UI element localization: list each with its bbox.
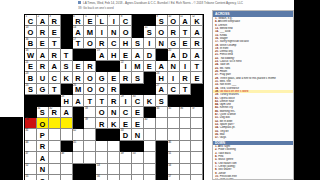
- grid-cell[interactable]: [191, 152, 203, 163]
- grid-cell[interactable]: N: [168, 61, 180, 72]
- cell-letter: M: [84, 29, 95, 37]
- cell-letter: T: [84, 98, 95, 106]
- black-cell: [108, 61, 120, 72]
- black-cell: [37, 95, 49, 106]
- grid-cell[interactable]: A: [37, 152, 49, 163]
- grid-cell[interactable]: 27A: [156, 84, 168, 95]
- grid-cell[interactable]: 55: [25, 175, 37, 180]
- print-icon: [78, 1, 81, 4]
- grid-cell[interactable]: [84, 129, 96, 140]
- cell-letter: I: [108, 18, 119, 26]
- cell-letter: I: [120, 63, 131, 71]
- cell-letter: A: [73, 29, 84, 37]
- letterbox-bottom-left: [0, 117, 23, 180]
- grid-cell[interactable]: [144, 175, 156, 180]
- grid-cell[interactable]: 31S: [37, 107, 49, 118]
- grid-cell[interactable]: O: [84, 38, 96, 49]
- cell-letter: A: [49, 63, 60, 71]
- page-title: LA Times, Wed, Feb 14, 2018 - Agnes Davi…: [83, 1, 243, 5]
- grid-cell[interactable]: O: [96, 84, 108, 95]
- grid-cell[interactable]: [180, 164, 192, 175]
- grid-cell[interactable]: A: [132, 49, 144, 60]
- grid-cell[interactable]: H: [120, 38, 132, 49]
- cell-letter: A: [180, 18, 191, 26]
- grid-cell[interactable]: 36: [180, 107, 192, 118]
- cell-letter: R: [191, 40, 202, 48]
- cell-letter: S: [144, 29, 155, 37]
- grid-cell[interactable]: P: [37, 129, 49, 140]
- grid-cell[interactable]: 49: [120, 152, 132, 163]
- cell-letter: T: [73, 40, 84, 48]
- grid-cell[interactable]: R: [180, 72, 192, 83]
- cell-letter: S: [156, 18, 167, 26]
- clue-number: 50: [133, 152, 136, 155]
- grid-cell[interactable]: [191, 164, 203, 175]
- grid-cell[interactable]: 51: [168, 152, 180, 163]
- clue-number: 51: [168, 152, 171, 155]
- black-cell: [156, 141, 168, 152]
- grid-cell[interactable]: 24H: [156, 72, 168, 83]
- grid-cell[interactable]: 10O: [168, 15, 180, 26]
- grid-cell[interactable]: [191, 175, 203, 180]
- black-cell: [108, 129, 120, 140]
- cell-letter: D: [144, 52, 155, 60]
- grid-cell[interactable]: M: [132, 61, 144, 72]
- cell-letter: C: [120, 18, 131, 26]
- grid-cell[interactable]: O: [96, 107, 108, 118]
- grid-cell[interactable]: [84, 141, 96, 152]
- cell-letter: I: [144, 40, 155, 48]
- grid-cell[interactable]: [49, 129, 61, 140]
- black-cell: [132, 26, 144, 37]
- black-cell: [25, 95, 37, 106]
- black-cell: [73, 175, 85, 180]
- grid-cell[interactable]: [180, 141, 192, 152]
- grid-cell[interactable]: S: [132, 72, 144, 83]
- grid-cell[interactable]: 26M: [73, 84, 85, 95]
- cell-letter: T: [180, 86, 191, 94]
- grid-cell[interactable]: C: [120, 107, 132, 118]
- black-cell: [61, 38, 73, 49]
- cell-letter: C: [25, 18, 36, 26]
- grid-cell[interactable]: T: [180, 26, 192, 37]
- grid-cell[interactable]: O: [84, 72, 96, 83]
- grid-cell[interactable]: 34: [156, 107, 168, 118]
- grid-cell[interactable]: [144, 129, 156, 140]
- down-clue[interactable]: 11. Took a spill: [213, 178, 293, 180]
- grid-cell[interactable]: R: [108, 84, 120, 95]
- cell-letter: T: [49, 40, 60, 48]
- clue-number: 33: [85, 107, 88, 110]
- cell-letter: O: [37, 178, 48, 180]
- cell-letter: E: [120, 52, 131, 60]
- grid-cell[interactable]: A: [37, 49, 49, 60]
- clue-panel[interactable]: ACROSS 1. Sedan, e.g.4. Ancient keepsake…: [212, 10, 294, 180]
- cell-letter: O: [168, 18, 179, 26]
- grid-cell[interactable]: O: [37, 175, 49, 180]
- grid-cell[interactable]: [61, 175, 73, 180]
- cell-letter: R: [37, 143, 48, 151]
- grid-cell[interactable]: S: [132, 38, 144, 49]
- grid-cell[interactable]: 7I: [108, 15, 120, 26]
- cell-letter: S: [132, 75, 143, 83]
- grid-cell[interactable]: O: [37, 118, 49, 129]
- grid-cell[interactable]: [191, 118, 203, 129]
- cell-letter: R: [108, 98, 119, 106]
- cell-letter: S: [132, 40, 143, 48]
- grid-cell[interactable]: 20A: [168, 49, 180, 60]
- cell-letter: U: [37, 75, 48, 83]
- cell-letter: B: [25, 75, 36, 83]
- grid-cell[interactable]: [180, 152, 192, 163]
- black-cell: [168, 95, 180, 106]
- cell-letter: N: [37, 166, 48, 174]
- black-cell: [132, 15, 144, 26]
- black-cell: [73, 49, 85, 60]
- grid-cell[interactable]: 37: [191, 107, 203, 118]
- grid-cell[interactable]: K: [108, 118, 120, 129]
- grid-cell[interactable]: 57: [168, 175, 180, 180]
- grid-cell[interactable]: [180, 118, 192, 129]
- cell-letter: E: [37, 40, 48, 48]
- cell-letter: E: [49, 29, 60, 37]
- black-cell: [73, 164, 85, 175]
- grid-cell[interactable]: T: [180, 84, 192, 95]
- cell-letter: L: [96, 18, 107, 26]
- grid-cell[interactable]: 5E: [84, 15, 96, 26]
- clue-list[interactable]: 1. Sedan, e.g.4. Ancient keepsake9. Dren…: [213, 17, 293, 180]
- grid-cell[interactable]: 47: [25, 152, 37, 163]
- cell-letter: E: [73, 63, 84, 71]
- grid-cell[interactable]: I: [180, 61, 192, 72]
- cell-letter: E: [144, 63, 155, 71]
- cell-letter: K: [144, 98, 155, 106]
- grid-cell[interactable]: R: [49, 49, 61, 60]
- cell-letter: H: [108, 52, 119, 60]
- cell-letter: A: [37, 155, 48, 163]
- grid-cell[interactable]: 19A: [96, 49, 108, 60]
- grid-cell[interactable]: 29I: [120, 95, 132, 106]
- grid-cell[interactable]: [49, 141, 61, 152]
- grid-cell[interactable]: T: [61, 49, 73, 60]
- cell-letter: R: [49, 109, 60, 117]
- cell-letter: O: [84, 86, 95, 94]
- cell-letter: H: [156, 75, 167, 83]
- cell-letter: N: [156, 40, 167, 48]
- grid-cell[interactable]: C: [108, 38, 120, 49]
- grid-cell[interactable]: E: [144, 61, 156, 72]
- cell-letter: A: [37, 52, 48, 60]
- grid-cell[interactable]: T: [49, 84, 61, 95]
- grid-cell[interactable]: 56: [96, 175, 108, 180]
- grid-cell[interactable]: R: [168, 26, 180, 37]
- cell-letter: G: [168, 40, 179, 48]
- grid-cell[interactable]: S: [61, 61, 73, 72]
- cell-letter: R: [73, 75, 84, 83]
- grid-cell[interactable]: E: [132, 118, 144, 129]
- grid-cell[interactable]: [61, 118, 73, 129]
- grid-cell[interactable]: A: [191, 49, 203, 60]
- grid-cell[interactable]: D: [144, 49, 156, 60]
- grid-cell[interactable]: [144, 152, 156, 163]
- grid-cell[interactable]: R: [37, 26, 49, 37]
- clue-number: 45: [73, 141, 76, 144]
- clue-number: 48: [61, 152, 64, 155]
- cell-letter: N: [108, 29, 119, 37]
- grid-cell[interactable]: 48: [61, 152, 73, 163]
- clue-number: 36: [180, 107, 183, 110]
- black-cell: [191, 84, 203, 95]
- grid-cell[interactable]: C: [168, 84, 180, 95]
- black-cell: [61, 15, 73, 26]
- grid-cell[interactable]: 45: [73, 141, 85, 152]
- grid-cell[interactable]: R: [120, 72, 132, 83]
- grid-cell[interactable]: [132, 175, 144, 180]
- clue-number: 49: [121, 152, 124, 155]
- cell-letter: T: [96, 98, 107, 106]
- across-clue[interactable]: 57. Guys: [213, 136, 293, 139]
- grid-cell[interactable]: 6L: [96, 15, 108, 26]
- grid-cell[interactable]: T: [49, 38, 61, 49]
- grid-cell[interactable]: R: [73, 72, 85, 83]
- black-cell: [156, 152, 168, 163]
- cell-letter: A: [73, 98, 84, 106]
- grid-cell[interactable]: G: [37, 84, 49, 95]
- grid-cell[interactable]: D: [180, 49, 192, 60]
- grid-cell[interactable]: 40: [144, 118, 156, 129]
- grid-cell[interactable]: [49, 152, 61, 163]
- grid-cell[interactable]: O: [120, 26, 132, 37]
- cell-letter: N: [168, 63, 179, 71]
- cell-letter: S: [61, 63, 72, 71]
- clue-number: 47: [26, 152, 29, 155]
- grid-cell[interactable]: [73, 152, 85, 163]
- grid-cell[interactable]: E: [49, 26, 61, 37]
- grid-cell[interactable]: [120, 175, 132, 180]
- grid-cell[interactable]: M: [84, 26, 96, 37]
- grid-cell[interactable]: [132, 164, 144, 175]
- cell-letter: E: [180, 40, 191, 48]
- grid-cell[interactable]: [49, 175, 61, 180]
- grid-cell[interactable]: G: [96, 72, 108, 83]
- grid-cell[interactable]: E: [108, 72, 120, 83]
- grid-cell[interactable]: 9S: [156, 15, 168, 26]
- cell-letter: K: [61, 75, 72, 83]
- grid-cell[interactable]: K: [61, 72, 73, 83]
- cell-letter: A: [156, 63, 167, 71]
- grid-cell[interactable]: [108, 141, 120, 152]
- cell-letter: H: [120, 40, 131, 48]
- clue-number: 52: [26, 164, 29, 167]
- clue-number: 55: [26, 175, 29, 178]
- grid-cell[interactable]: 35: [168, 107, 180, 118]
- grid-cell[interactable]: T: [96, 95, 108, 106]
- grid-cell[interactable]: O: [84, 84, 96, 95]
- grid-cell[interactable]: 32R: [49, 107, 61, 118]
- grid-cell[interactable]: [108, 175, 120, 180]
- clue-number: 42: [73, 129, 76, 132]
- black-cell: [144, 84, 156, 95]
- cell-letter: A: [191, 52, 202, 60]
- cell-letter: A: [96, 52, 107, 60]
- cell-letter: A: [132, 52, 143, 60]
- grid-cell[interactable]: 39: [84, 118, 96, 129]
- clue-number: 40: [144, 118, 147, 121]
- clue-number: 39: [85, 118, 88, 121]
- grid-cell[interactable]: [49, 118, 61, 129]
- clue-number: 46: [168, 141, 171, 144]
- grid-cell[interactable]: N: [108, 107, 120, 118]
- grid-cell[interactable]: [168, 118, 180, 129]
- cell-letter: G: [96, 75, 107, 83]
- cell-letter: K: [108, 121, 119, 129]
- grid-cell[interactable]: S: [156, 95, 168, 106]
- cell-letter: O: [96, 86, 107, 94]
- grid-cell[interactable]: N: [156, 38, 168, 49]
- grid-cell[interactable]: [144, 164, 156, 175]
- grid-cell[interactable]: [144, 141, 156, 152]
- grid-cell[interactable]: 11A: [180, 15, 192, 26]
- cell-letter: C: [168, 86, 179, 94]
- black-cell: [180, 95, 192, 106]
- grid-cell[interactable]: [49, 164, 61, 175]
- cell-letter: N: [108, 109, 119, 117]
- cell-letter: E: [108, 75, 119, 83]
- grid-cell[interactable]: 50: [132, 152, 144, 163]
- grid-cell[interactable]: 30C: [132, 95, 144, 106]
- cell-letter: O: [84, 40, 95, 48]
- grid-cell[interactable]: N: [37, 164, 49, 175]
- grid-cell[interactable]: A: [191, 26, 203, 37]
- grid-cell[interactable]: H: [108, 49, 120, 60]
- cell-letter: O: [156, 29, 167, 37]
- grid-cell[interactable]: 17T: [73, 38, 85, 49]
- clue-number: 57: [168, 175, 171, 178]
- grid-cell[interactable]: 22I: [120, 61, 132, 72]
- grid-cell[interactable]: T: [191, 61, 203, 72]
- grid-cell[interactable]: [61, 164, 73, 175]
- cell-letter: E: [25, 63, 36, 71]
- grid-cell[interactable]: N: [132, 129, 144, 140]
- clue-number: 56: [97, 175, 100, 178]
- grid-cell[interactable]: E: [180, 38, 192, 49]
- cell-letter: E: [84, 18, 95, 26]
- grid-cell[interactable]: C: [49, 72, 61, 83]
- grid-cell[interactable]: I: [168, 72, 180, 83]
- grid-cell[interactable]: 3R: [49, 15, 61, 26]
- cell-letter: E: [120, 121, 131, 129]
- grid-cell[interactable]: R: [37, 61, 49, 72]
- grid-cell[interactable]: K: [144, 95, 156, 106]
- grid-cell[interactable]: A: [49, 61, 61, 72]
- cell-letter: K: [191, 18, 202, 26]
- cell-letter: T: [61, 52, 72, 60]
- cell-letter: A: [61, 109, 72, 117]
- grid-cell[interactable]: [156, 129, 168, 140]
- grid-cell[interactable]: [61, 129, 73, 140]
- cell-letter: C: [120, 109, 131, 117]
- cell-letter: R: [84, 63, 95, 71]
- grid-cell[interactable]: 23B: [25, 72, 37, 83]
- grid-cell[interactable]: [156, 118, 168, 129]
- cell-letter: T: [49, 86, 60, 94]
- cell-letter: I: [168, 75, 179, 83]
- cell-letter: S: [37, 109, 48, 117]
- grid-cell[interactable]: R: [108, 95, 120, 106]
- grid-cell[interactable]: R: [37, 141, 49, 152]
- black-cell: [144, 72, 156, 83]
- cell-letter: A: [156, 86, 167, 94]
- grid-cell[interactable]: [120, 164, 132, 175]
- cell-letter: R: [96, 121, 107, 129]
- grid-cell[interactable]: 8C: [120, 15, 132, 26]
- grid-cell[interactable]: O: [156, 26, 168, 37]
- grid-cell[interactable]: [180, 129, 192, 140]
- grid-cell[interactable]: 12K: [191, 15, 203, 26]
- cell-letter: W: [25, 52, 36, 60]
- grid-cell[interactable]: E: [73, 61, 85, 72]
- cell-letter: B: [25, 40, 36, 48]
- grid-cell[interactable]: [96, 141, 108, 152]
- grid-cell[interactable]: [84, 152, 96, 163]
- cell-letter: R: [168, 29, 179, 37]
- cell-letter: R: [37, 29, 48, 37]
- clue-number: 53: [97, 164, 100, 167]
- grid-cell[interactable]: 2A: [37, 15, 49, 26]
- grid-cell[interactable]: 43D: [120, 129, 132, 140]
- crossword-grid[interactable]: 1C2A3R4R5E6L7I8C9S10O11A12K13ORE14AMINO1…: [24, 14, 204, 180]
- grid-cell[interactable]: E: [37, 38, 49, 49]
- cell-letter: O: [96, 109, 107, 117]
- grid-cell[interactable]: U: [37, 72, 49, 83]
- grid-cell[interactable]: A: [61, 107, 73, 118]
- grid-cell[interactable]: 25S: [25, 84, 37, 95]
- grid-cell[interactable]: [108, 164, 120, 175]
- cell-letter: M: [132, 63, 143, 71]
- grid-cell[interactable]: [191, 129, 203, 140]
- cell-letter: S: [25, 86, 36, 94]
- grid-cell[interactable]: E: [132, 107, 144, 118]
- grid-cell[interactable]: 15S: [144, 26, 156, 37]
- clue-number: 41: [26, 129, 29, 132]
- grid-cell[interactable]: I: [144, 38, 156, 49]
- grid-cell[interactable]: R: [191, 38, 203, 49]
- black-cell: [73, 107, 85, 118]
- grid-cell[interactable]: 28H: [61, 95, 73, 106]
- grid-cell[interactable]: E: [191, 72, 203, 83]
- cell-letter: P: [37, 132, 48, 140]
- clue-number: 54: [168, 164, 171, 167]
- clue-number: 35: [168, 107, 171, 110]
- cell-letter: R: [108, 86, 119, 94]
- cell-letter: O: [25, 29, 36, 37]
- cell-letter: H: [61, 98, 72, 106]
- grid-cell[interactable]: R: [96, 118, 108, 129]
- black-cell: [84, 175, 96, 180]
- black-cell: [96, 61, 108, 72]
- grid-cell[interactable]: [96, 152, 108, 163]
- grid-cell[interactable]: N: [108, 26, 120, 37]
- grid-cell[interactable]: [108, 152, 120, 163]
- grid-cell[interactable]: I: [96, 26, 108, 37]
- grid-cell[interactable]: [180, 175, 192, 180]
- clue-number: 44: [26, 141, 29, 144]
- grid-cell[interactable]: T: [84, 95, 96, 106]
- grid-cell[interactable]: R: [84, 61, 96, 72]
- grid-cell[interactable]: [191, 141, 203, 152]
- cell-letter: G: [37, 86, 48, 94]
- grid-cell[interactable]: A: [73, 95, 85, 106]
